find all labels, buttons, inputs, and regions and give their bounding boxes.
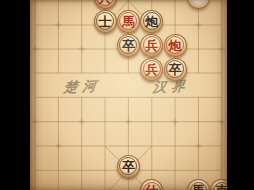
piece-glyph: 炮 (169, 38, 182, 51)
piece-glyph: 兵 (145, 38, 158, 51)
letterbox-left (0, 0, 30, 190)
game-screen: 楚河 汉界 兵士馬炮卒兵炮兵卒卒仕馬車 (0, 0, 254, 190)
piece-glyph: 卒 (169, 62, 182, 75)
piece-glyph: 仕 (145, 184, 158, 190)
piece-glyph: 車 (215, 184, 227, 190)
piece-glyph: 卒 (122, 38, 135, 51)
piece-red-soldier-1[interactable]: 兵 (140, 34, 163, 57)
piece-glyph: 馬 (122, 14, 135, 27)
letterbox-right (227, 0, 254, 190)
piece-black-soldier-1[interactable]: 卒 (117, 34, 140, 57)
piece-red-soldier-2[interactable]: 兵 (140, 58, 163, 81)
piece-black-soldier-2[interactable]: 卒 (164, 58, 187, 81)
piece-glyph: 卒 (122, 159, 135, 172)
piece-black-advisor[interactable]: 士 (94, 10, 117, 33)
piece-glyph: 馬 (192, 184, 205, 190)
piece-glyph: 士 (99, 14, 112, 27)
piece-glyph: 兵 (99, 0, 112, 3)
river-label-chu-he: 楚河 (63, 77, 102, 96)
xiangqi-board[interactable]: 楚河 汉界 兵士馬炮卒兵炮兵卒卒仕馬車 (30, 0, 227, 190)
piece-black-soldier-3[interactable]: 卒 (117, 155, 140, 178)
piece-glyph: 兵 (145, 62, 158, 75)
piece-red-cannon[interactable]: 炮 (164, 34, 187, 57)
piece-black-cannon[interactable]: 炮 (140, 10, 163, 33)
piece-glyph: 炮 (145, 14, 158, 27)
piece-red-horse[interactable]: 馬 (117, 10, 140, 33)
